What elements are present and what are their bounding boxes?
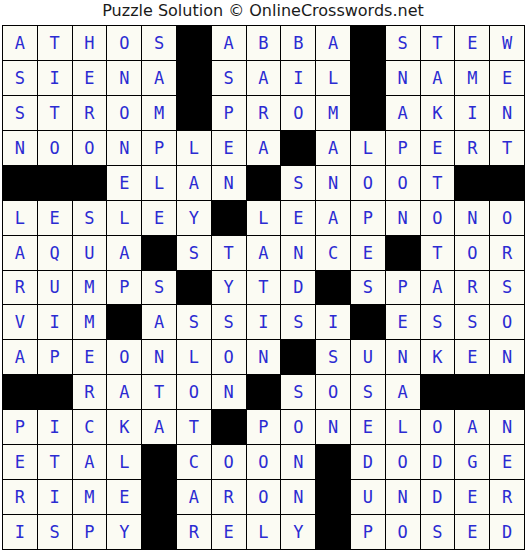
- grid-cell: U: [351, 340, 385, 374]
- block-cell: [142, 445, 176, 479]
- grid-cell: E: [455, 480, 489, 514]
- grid-cell: L: [107, 445, 141, 479]
- grid-cell: Y: [177, 201, 211, 235]
- grid-cell: I: [38, 480, 72, 514]
- grid-cell: N: [281, 480, 315, 514]
- block-cell: [107, 305, 141, 339]
- block-cell: [281, 131, 315, 165]
- grid-cell: S: [386, 26, 420, 60]
- grid-cell: N: [490, 410, 524, 444]
- grid-cell: P: [73, 515, 107, 549]
- grid-cell: E: [421, 131, 455, 165]
- block-cell: [490, 166, 524, 200]
- block-cell: [247, 375, 281, 409]
- grid-cell: I: [3, 515, 37, 549]
- block-cell: [455, 166, 489, 200]
- grid-cell: E: [3, 445, 37, 479]
- grid-cell: I: [38, 410, 72, 444]
- grid-cell: E: [351, 410, 385, 444]
- grid-cell: E: [142, 201, 176, 235]
- grid-cell: K: [421, 340, 455, 374]
- grid-cell: G: [455, 445, 489, 479]
- grid-cell: O: [247, 480, 281, 514]
- grid-cell: S: [177, 305, 211, 339]
- grid-cell: L: [247, 201, 281, 235]
- grid-cell: P: [247, 410, 281, 444]
- grid-cell: E: [73, 340, 107, 374]
- grid-cell: L: [316, 61, 350, 95]
- grid-cell: R: [455, 271, 489, 305]
- grid-cell: S: [212, 61, 246, 95]
- grid-cell: T: [421, 26, 455, 60]
- grid-cell: N: [3, 131, 37, 165]
- grid-cell: N: [490, 340, 524, 374]
- grid-cell: N: [316, 410, 350, 444]
- grid-cell: L: [107, 201, 141, 235]
- block-cell: [351, 26, 385, 60]
- grid-cell: N: [107, 61, 141, 95]
- grid-cell: A: [247, 236, 281, 270]
- block-cell: [316, 271, 350, 305]
- grid-cell: S: [490, 271, 524, 305]
- grid-cell: S: [3, 61, 37, 95]
- grid-cell: D: [490, 515, 524, 549]
- grid-cell: L: [3, 201, 37, 235]
- grid-cell: T: [212, 236, 246, 270]
- grid-cell: O: [421, 201, 455, 235]
- grid-cell: N: [142, 340, 176, 374]
- grid-cell: S: [281, 305, 315, 339]
- grid-cell: D: [421, 480, 455, 514]
- grid-cell: A: [316, 26, 350, 60]
- grid-cell: O: [316, 375, 350, 409]
- grid-cell: B: [281, 26, 315, 60]
- block-cell: [490, 375, 524, 409]
- grid-cell: O: [421, 410, 455, 444]
- grid-cell: A: [3, 26, 37, 60]
- grid-cell: O: [177, 375, 211, 409]
- grid-cell: M: [73, 480, 107, 514]
- grid-cell: A: [212, 26, 246, 60]
- grid-cell: K: [421, 96, 455, 130]
- grid-cell: N: [281, 445, 315, 479]
- grid-cell: R: [3, 480, 37, 514]
- grid-cell: S: [421, 515, 455, 549]
- grid-cell: S: [316, 340, 350, 374]
- grid-cell: N: [247, 340, 281, 374]
- block-cell: [316, 480, 350, 514]
- block-cell: [3, 375, 37, 409]
- grid-cell: A: [107, 236, 141, 270]
- crossword-grid: ATHOSABBASTEWSIENASAILNAMESTROMPROMAKINN…: [2, 25, 525, 550]
- grid-cell: L: [142, 166, 176, 200]
- grid-cell: O: [455, 236, 489, 270]
- block-cell: [316, 445, 350, 479]
- grid-cell: E: [107, 166, 141, 200]
- grid-cell: T: [38, 96, 72, 130]
- grid-cell: Y: [212, 271, 246, 305]
- grid-cell: I: [38, 61, 72, 95]
- grid-cell: L: [351, 131, 385, 165]
- grid-cell: R: [177, 515, 211, 549]
- grid-cell: T: [490, 131, 524, 165]
- grid-cell: K: [107, 410, 141, 444]
- grid-cell: P: [386, 271, 420, 305]
- grid-cell: A: [142, 410, 176, 444]
- grid-cell: R: [490, 236, 524, 270]
- grid-cell: R: [73, 96, 107, 130]
- grid-cell: C: [316, 236, 350, 270]
- grid-cell: S: [73, 201, 107, 235]
- grid-cell: U: [351, 480, 385, 514]
- page-title: Puzzle Solution © OnlineCrosswords.net: [0, 0, 526, 24]
- grid-cell: H: [73, 26, 107, 60]
- grid-cell: O: [73, 131, 107, 165]
- grid-cell: M: [73, 305, 107, 339]
- grid-cell: A: [107, 375, 141, 409]
- block-cell: [177, 26, 211, 60]
- grid-cell: A: [3, 236, 37, 270]
- grid-cell: N: [490, 96, 524, 130]
- grid-cell: L: [177, 131, 211, 165]
- grid-cell: P: [142, 131, 176, 165]
- grid-cell: N: [386, 201, 420, 235]
- grid-cell: T: [142, 375, 176, 409]
- block-cell: [281, 340, 315, 374]
- grid-cell: L: [386, 410, 420, 444]
- grid-cell: M: [142, 96, 176, 130]
- block-cell: [142, 236, 176, 270]
- grid-cell: P: [351, 515, 385, 549]
- grid-cell: N: [455, 201, 489, 235]
- grid-cell: A: [142, 305, 176, 339]
- block-cell: [455, 375, 489, 409]
- grid-cell: O: [212, 340, 246, 374]
- grid-cell: S: [142, 271, 176, 305]
- grid-cell: R: [247, 96, 281, 130]
- grid-cell: A: [316, 131, 350, 165]
- grid-cell: N: [316, 166, 350, 200]
- grid-cell: L: [177, 340, 211, 374]
- grid-cell: S: [3, 96, 37, 130]
- grid-cell: R: [455, 131, 489, 165]
- grid-cell: R: [73, 375, 107, 409]
- block-cell: [38, 166, 72, 200]
- grid-cell: O: [107, 340, 141, 374]
- grid-cell: N: [212, 375, 246, 409]
- grid-cell: E: [212, 515, 246, 549]
- block-cell: [177, 61, 211, 95]
- grid-cell: N: [386, 480, 420, 514]
- grid-cell: Y: [281, 515, 315, 549]
- grid-cell: A: [247, 61, 281, 95]
- grid-cell: V: [3, 305, 37, 339]
- grid-cell: E: [281, 201, 315, 235]
- grid-cell: U: [73, 236, 107, 270]
- grid-cell: O: [490, 305, 524, 339]
- grid-cell: E: [455, 26, 489, 60]
- grid-cell: T: [421, 166, 455, 200]
- grid-cell: M: [316, 96, 350, 130]
- grid-cell: E: [490, 445, 524, 479]
- grid-cell: P: [3, 410, 37, 444]
- grid-cell: A: [386, 96, 420, 130]
- grid-cell: I: [316, 305, 350, 339]
- grid-cell: C: [73, 410, 107, 444]
- grid-cell: N: [281, 236, 315, 270]
- grid-cell: O: [38, 131, 72, 165]
- grid-cell: O: [386, 515, 420, 549]
- grid-cell: S: [281, 375, 315, 409]
- grid-cell: O: [386, 445, 420, 479]
- grid-cell: P: [351, 201, 385, 235]
- grid-cell: A: [455, 410, 489, 444]
- block-cell: [351, 96, 385, 130]
- block-cell: [142, 515, 176, 549]
- grid-cell: E: [107, 480, 141, 514]
- grid-cell: B: [247, 26, 281, 60]
- grid-cell: T: [177, 410, 211, 444]
- grid-cell: I: [38, 305, 72, 339]
- block-cell: [386, 236, 420, 270]
- grid-cell: N: [386, 61, 420, 95]
- block-cell: [421, 375, 455, 409]
- grid-cell: A: [421, 61, 455, 95]
- grid-cell: N: [107, 131, 141, 165]
- grid-cell: R: [212, 480, 246, 514]
- grid-cell: A: [386, 375, 420, 409]
- block-cell: [212, 201, 246, 235]
- grid-cell: A: [247, 131, 281, 165]
- grid-cell: D: [281, 271, 315, 305]
- grid-cell: S: [212, 305, 246, 339]
- block-cell: [316, 515, 350, 549]
- grid-cell: O: [281, 96, 315, 130]
- grid-cell: A: [177, 480, 211, 514]
- grid-cell: T: [38, 445, 72, 479]
- grid-cell: A: [73, 445, 107, 479]
- grid-cell: S: [142, 26, 176, 60]
- block-cell: [142, 480, 176, 514]
- grid-cell: E: [386, 305, 420, 339]
- grid-cell: E: [73, 61, 107, 95]
- grid-cell: W: [490, 26, 524, 60]
- grid-cell: T: [38, 26, 72, 60]
- grid-cell: I: [281, 61, 315, 95]
- grid-cell: O: [351, 166, 385, 200]
- grid-cell: E: [38, 201, 72, 235]
- grid-cell: A: [316, 201, 350, 235]
- grid-cell: E: [490, 61, 524, 95]
- grid-cell: D: [351, 445, 385, 479]
- grid-cell: A: [421, 271, 455, 305]
- grid-cell: E: [212, 131, 246, 165]
- grid-cell: O: [107, 96, 141, 130]
- grid-cell: L: [247, 515, 281, 549]
- grid-cell: C: [177, 445, 211, 479]
- grid-cell: N: [386, 340, 420, 374]
- block-cell: [351, 305, 385, 339]
- grid-cell: Y: [107, 515, 141, 549]
- grid-cell: S: [281, 166, 315, 200]
- grid-cell: I: [247, 305, 281, 339]
- grid-cell: Q: [38, 236, 72, 270]
- grid-cell: S: [351, 375, 385, 409]
- grid-cell: P: [38, 340, 72, 374]
- grid-cell: P: [107, 271, 141, 305]
- grid-cell: T: [421, 236, 455, 270]
- grid-cell: O: [212, 445, 246, 479]
- grid-cell: E: [455, 340, 489, 374]
- grid-cell: D: [421, 445, 455, 479]
- grid-cell: E: [351, 236, 385, 270]
- grid-cell: P: [386, 131, 420, 165]
- grid-cell: N: [212, 166, 246, 200]
- grid-cell: I: [455, 96, 489, 130]
- grid-cell: O: [107, 26, 141, 60]
- grid-cell: O: [490, 201, 524, 235]
- grid-cell: M: [73, 271, 107, 305]
- grid-cell: S: [177, 236, 211, 270]
- block-cell: [247, 166, 281, 200]
- grid-cell: U: [38, 271, 72, 305]
- block-cell: [212, 410, 246, 444]
- grid-cell: S: [421, 305, 455, 339]
- grid-cell: A: [3, 340, 37, 374]
- block-cell: [177, 271, 211, 305]
- grid-cell: S: [351, 271, 385, 305]
- block-cell: [38, 375, 72, 409]
- grid-cell: R: [3, 271, 37, 305]
- block-cell: [3, 166, 37, 200]
- grid-cell: A: [177, 166, 211, 200]
- grid-cell: M: [455, 61, 489, 95]
- grid-cell: R: [490, 480, 524, 514]
- grid-cell: S: [455, 305, 489, 339]
- grid-cell: O: [386, 166, 420, 200]
- grid-cell: T: [247, 271, 281, 305]
- grid-cell: O: [247, 445, 281, 479]
- block-cell: [351, 61, 385, 95]
- grid-cell: S: [38, 515, 72, 549]
- grid-cell: O: [281, 410, 315, 444]
- block-cell: [73, 166, 107, 200]
- grid-cell: E: [455, 515, 489, 549]
- grid-cell: A: [142, 61, 176, 95]
- grid-cell: P: [212, 96, 246, 130]
- block-cell: [177, 96, 211, 130]
